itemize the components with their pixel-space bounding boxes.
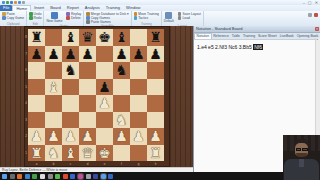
square-f3[interactable]: ♞ — [113, 112, 130, 129]
square-c3[interactable] — [62, 112, 79, 129]
white-pawn[interactable]: ♟ — [149, 129, 162, 143]
white-pawn[interactable]: ♟ — [81, 129, 94, 143]
square-g7[interactable]: ♟ — [130, 46, 147, 63]
file-labels: abcdefgh — [28, 162, 164, 167]
button-icon — [29, 12, 33, 16]
button-icon — [2, 12, 6, 16]
square-b7[interactable]: ♟ — [45, 46, 62, 63]
black-queen[interactable]: ♛ — [81, 30, 94, 44]
file-label-b: b — [45, 162, 62, 167]
square-c4[interactable] — [62, 95, 79, 112]
square-b5[interactable]: ♝ — [45, 79, 62, 96]
taskbar-app-icon-2[interactable] — [17, 174, 22, 179]
panel-close-icon[interactable]: ✕ — [315, 27, 319, 31]
button-icon — [134, 16, 138, 20]
black-knight[interactable]: ♞ — [64, 63, 77, 77]
square-d1[interactable]: ♛ — [79, 145, 96, 162]
ribbon-group-edit: UndoRedoEdit — [27, 11, 44, 26]
ribbon-button-default[interactable]: Default — [164, 12, 174, 24]
square-d8[interactable]: ♛ — [79, 29, 96, 46]
black-pawn[interactable]: ♟ — [47, 46, 60, 60]
square-d3[interactable] — [79, 112, 96, 129]
square-e2[interactable] — [96, 128, 113, 145]
square-g3[interactable] — [130, 112, 147, 129]
square-a7[interactable]: ♟ — [28, 46, 45, 63]
white-queen[interactable]: ♛ — [81, 145, 94, 159]
button-icon — [66, 12, 70, 16]
square-e5[interactable]: ♟ — [96, 79, 113, 96]
square-f5[interactable] — [113, 79, 130, 96]
square-g6[interactable] — [130, 62, 147, 79]
white-pawn[interactable]: ♟ — [64, 129, 77, 143]
button-icon — [134, 12, 138, 16]
black-pawn[interactable]: ♟ — [98, 79, 111, 93]
square-a8[interactable]: ♜ — [28, 29, 45, 46]
start-button-icon[interactable] — [2, 174, 7, 179]
black-pawn[interactable]: ♟ — [149, 46, 162, 60]
file-label-d: d — [79, 162, 96, 167]
taskbar-app-icon-1[interactable] — [10, 174, 15, 179]
white-pawn[interactable]: ♟ — [98, 96, 111, 110]
white-king[interactable]: ♚ — [98, 145, 111, 159]
square-a5[interactable] — [28, 79, 45, 96]
button-icon — [29, 16, 33, 20]
square-a2[interactable]: ♟ — [28, 128, 45, 145]
taskbar-app-icon-5[interactable] — [40, 174, 45, 179]
button-icon — [86, 12, 90, 16]
streamer-beard — [296, 153, 307, 157]
black-bishop[interactable]: ♝ — [115, 30, 128, 44]
panel-tab-score-sheet[interactable]: Score Sheet — [257, 34, 279, 39]
black-pawn[interactable]: ♟ — [115, 46, 128, 60]
quick-access-icon-3[interactable] — [14, 1, 17, 4]
square-b2[interactable]: ♟ — [45, 128, 62, 145]
ribbon-group-clipboard: PasteCopy GameClipboard — [0, 11, 27, 26]
black-pawn[interactable]: ♟ — [81, 46, 94, 60]
button-icon — [51, 12, 58, 19]
square-h5[interactable] — [147, 79, 164, 96]
square-f8[interactable]: ♝ — [113, 29, 130, 46]
ribbon-group-training: Move TrainingTacticsTraining — [132, 11, 162, 26]
square-h8[interactable]: ♜ — [147, 29, 164, 46]
square-f1[interactable] — [113, 145, 130, 162]
file-label-c: c — [62, 162, 79, 167]
square-c7[interactable]: ♟ — [62, 46, 79, 63]
white-knight[interactable]: ♞ — [47, 145, 60, 159]
square-a3[interactable] — [28, 112, 45, 129]
square-d5[interactable] — [79, 79, 96, 96]
quick-access-toolbar[interactable] — [2, 1, 25, 4]
button-icon — [178, 12, 182, 16]
file-label-h: h — [147, 162, 164, 167]
panel-title-text: Notation - Standard Board — [196, 26, 242, 31]
white-pawn[interactable]: ♟ — [30, 129, 43, 143]
ribbon-group-game: New GameReplayDeleteGame — [44, 11, 84, 26]
taskbar-app-icon-8[interactable] — [63, 174, 68, 179]
square-d6[interactable] — [79, 62, 96, 79]
square-c5[interactable] — [62, 79, 79, 96]
panel-tab-livebook[interactable]: LiveBook — [278, 34, 295, 39]
settings-icon[interactable] — [308, 13, 312, 17]
square-e6[interactable] — [96, 62, 113, 79]
white-pawn[interactable]: ♟ — [132, 129, 145, 143]
ribbon-group-gamefile: Merge Database to Disk ▾Copy GamesPaste … — [84, 11, 131, 26]
square-h4[interactable] — [147, 95, 164, 112]
square-b1[interactable]: ♞ — [45, 145, 62, 162]
square-d4[interactable] — [79, 95, 96, 112]
square-b6[interactable] — [45, 62, 62, 79]
chess-board[interactable]: ♜♝♛♚♝♜♟♟♟♟♟♟♟♞♞♝♟♟♞♟♟♟♟♟♟♟♜♞♝♛♚♜ — [28, 29, 164, 161]
black-rook[interactable]: ♜ — [30, 30, 43, 44]
taskbar-app-icon-4[interactable] — [32, 174, 37, 179]
square-g5[interactable] — [130, 79, 147, 96]
panel-title: Notation - Standard Board ✕ — [194, 26, 320, 33]
square-b8[interactable] — [45, 29, 62, 46]
square-e3[interactable] — [96, 112, 113, 129]
square-h7[interactable]: ♟ — [147, 46, 164, 63]
black-pawn[interactable]: ♟ — [64, 46, 77, 60]
black-knight[interactable]: ♞ — [115, 63, 128, 77]
move-list[interactable]: 1.e4 e5 2.Nf3 Nc6 3.Bb5 Nf6 — [194, 40, 320, 54]
white-rook[interactable]: ♜ — [30, 145, 43, 159]
panel-tabs: NotationReferenceTableTrainingScore Shee… — [194, 33, 320, 40]
webcam-overlay — [283, 135, 320, 180]
windows-taskbar — [0, 172, 320, 180]
button-icon — [165, 12, 172, 19]
square-d2[interactable]: ♟ — [79, 128, 96, 145]
taskbar-app-icon-12[interactable] — [93, 174, 98, 179]
taskbar-app-icon-14[interactable] — [108, 174, 113, 179]
square-c2[interactable]: ♟ — [62, 128, 79, 145]
quick-access-icon-4[interactable] — [18, 1, 21, 4]
square-f2[interactable]: ♟ — [113, 128, 130, 145]
panel-tab-training[interactable]: Training — [241, 34, 256, 39]
square-b4[interactable] — [45, 95, 62, 112]
white-rook[interactable]: ♜ — [149, 145, 162, 159]
square-g1[interactable] — [130, 145, 147, 162]
square-f4[interactable] — [113, 95, 130, 112]
square-f7[interactable]: ♟ — [113, 46, 130, 63]
ribbon-button-load[interactable]: Load — [178, 16, 201, 20]
button-icon — [86, 16, 90, 20]
square-f6[interactable]: ♞ — [113, 62, 130, 79]
ribbon-button-tactics[interactable]: Tactics — [134, 16, 159, 20]
square-h6[interactable] — [147, 62, 164, 79]
square-c1[interactable]: ♝ — [62, 145, 79, 162]
square-g4[interactable] — [130, 95, 147, 112]
ribbon-button-redo[interactable]: Redo — [29, 16, 41, 20]
streamer-glasses — [296, 148, 308, 151]
ribbon-button-delete[interactable]: Delete — [66, 16, 81, 20]
square-c6[interactable]: ♞ — [62, 62, 79, 79]
square-c8[interactable]: ♝ — [62, 29, 79, 46]
taskbar-app-icon-11[interactable] — [86, 174, 91, 179]
ribbon-toolbar: PasteCopy GameClipboardUndoRedoEditNew G… — [0, 11, 320, 27]
square-a6[interactable] — [28, 62, 45, 79]
panel-tab-table[interactable]: Table — [230, 34, 241, 39]
square-g8[interactable] — [130, 29, 147, 46]
square-e8[interactable]: ♚ — [96, 29, 113, 46]
square-h2[interactable]: ♟ — [147, 128, 164, 145]
moves-prefix[interactable]: 1.e4 e5 2.Nf3 Nc6 3.Bb5 — [197, 44, 252, 50]
taskbar-app-icon-13[interactable] — [101, 174, 106, 179]
button-icon — [2, 16, 6, 20]
square-d7[interactable]: ♟ — [79, 46, 96, 63]
file-label-g: g — [130, 162, 147, 167]
black-bishop[interactable]: ♝ — [64, 30, 77, 44]
engine-icon[interactable] — [314, 13, 318, 17]
ribbon-group-layout: DefaultSave LayoutLoadLayout — [162, 11, 204, 26]
taskbar-app-icon-9[interactable] — [70, 174, 75, 179]
quick-access-icon-5[interactable] — [22, 1, 25, 4]
button-icon — [66, 16, 70, 20]
square-h1[interactable]: ♜ — [147, 145, 164, 162]
white-knight[interactable]: ♞ — [115, 112, 128, 126]
chess-app-window: – ▢ ✕ FileHomeInsertBoardReportAnalysisT… — [0, 0, 320, 180]
black-king[interactable]: ♚ — [98, 30, 111, 44]
black-rook[interactable]: ♜ — [149, 30, 162, 44]
quick-access-icon-2[interactable] — [10, 1, 13, 4]
square-a1[interactable]: ♜ — [28, 145, 45, 162]
square-g2[interactable]: ♟ — [130, 128, 147, 145]
square-e1[interactable]: ♚ — [96, 145, 113, 162]
file-label-a: a — [28, 162, 45, 167]
quick-access-icon-1[interactable] — [6, 1, 9, 4]
button-icon — [178, 16, 182, 20]
ribbon-right-icons — [308, 13, 318, 17]
taskbar-app-icon-3[interactable] — [25, 174, 30, 179]
white-bishop[interactable]: ♝ — [47, 79, 60, 93]
panel-tab-notation[interactable]: Notation — [194, 33, 212, 39]
ribbon-button-copy-game[interactable]: Copy Game — [2, 16, 24, 20]
square-a4[interactable] — [28, 95, 45, 112]
black-pawn[interactable]: ♟ — [30, 46, 43, 60]
taskbar-app-icon-7[interactable] — [55, 174, 60, 179]
file-label-f: f — [113, 162, 130, 167]
file-label-e: e — [96, 162, 113, 167]
square-e4[interactable]: ♟ — [96, 95, 113, 112]
panel-tab-reference[interactable]: Reference — [212, 34, 231, 39]
taskbar-app-icon-10[interactable] — [78, 174, 83, 179]
white-pawn[interactable]: ♟ — [115, 129, 128, 143]
square-h3[interactable] — [147, 112, 164, 129]
streamer-collar — [299, 159, 304, 167]
white-pawn[interactable]: ♟ — [47, 129, 60, 143]
current-move[interactable]: Nf6 — [253, 44, 263, 50]
square-e7[interactable] — [96, 46, 113, 63]
ribbon-button-new-game[interactable]: New Game — [46, 12, 62, 24]
white-bishop[interactable]: ♝ — [64, 145, 77, 159]
black-pawn[interactable]: ♟ — [132, 46, 145, 60]
square-b3[interactable] — [45, 112, 62, 129]
quick-access-icon-0[interactable] — [2, 1, 5, 4]
taskbar-app-icon-6[interactable] — [48, 174, 53, 179]
